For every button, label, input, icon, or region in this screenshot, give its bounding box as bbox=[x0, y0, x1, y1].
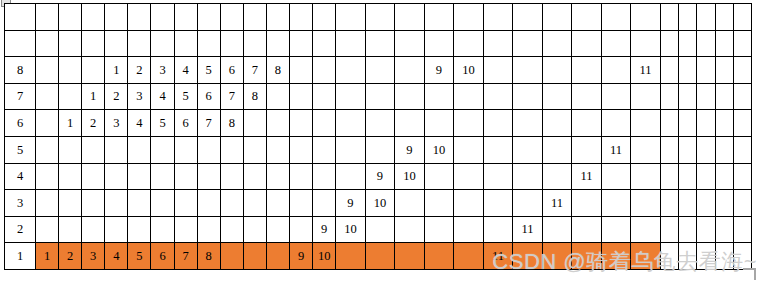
grid-cell bbox=[716, 57, 734, 84]
grid-cell: 1 bbox=[105, 57, 128, 84]
grid-cell bbox=[734, 84, 752, 111]
grid-cell bbox=[82, 137, 105, 164]
grid-cell bbox=[313, 4, 336, 31]
grid-cell bbox=[513, 243, 543, 270]
grid-cell bbox=[395, 217, 425, 244]
grid-cell bbox=[484, 4, 514, 31]
grid-cell bbox=[425, 84, 455, 111]
grid-cell bbox=[267, 217, 290, 244]
grid-cell bbox=[244, 243, 267, 270]
grid-cell bbox=[244, 217, 267, 244]
grid-cell bbox=[267, 31, 290, 58]
row-label bbox=[5, 4, 36, 31]
grid-cell bbox=[175, 190, 198, 217]
grid-cell bbox=[734, 243, 752, 270]
grid-cell bbox=[602, 31, 632, 58]
grid-cell bbox=[454, 4, 484, 31]
grid-cell bbox=[290, 164, 313, 191]
grid-cell: 2 bbox=[82, 110, 105, 137]
grid-cell bbox=[198, 31, 221, 58]
grid-cell: 10 bbox=[395, 164, 425, 191]
grid-cell bbox=[454, 110, 484, 137]
grid-cell bbox=[36, 137, 59, 164]
grid-cell: 7 bbox=[198, 110, 221, 137]
grid-cell bbox=[336, 137, 366, 164]
grid-cell bbox=[267, 4, 290, 31]
grid-cell: 4 bbox=[128, 110, 151, 137]
grid-cell bbox=[734, 31, 752, 58]
grid-cell bbox=[661, 84, 679, 111]
row-label: 3 bbox=[5, 190, 36, 217]
grid-cell bbox=[543, 84, 573, 111]
grid-cell bbox=[425, 110, 455, 137]
grid-cell: 3 bbox=[128, 84, 151, 111]
grid-cell: 11 bbox=[543, 190, 573, 217]
grid-cell bbox=[513, 31, 543, 58]
grid-cell bbox=[151, 217, 174, 244]
grid-cell bbox=[484, 190, 514, 217]
grid-cell bbox=[734, 110, 752, 137]
grid-cell bbox=[679, 137, 697, 164]
grid-cell: 9 bbox=[425, 57, 455, 84]
grid-cell bbox=[661, 137, 679, 164]
grid-cell bbox=[734, 164, 752, 191]
grid-cell bbox=[366, 4, 396, 31]
grid-cell bbox=[336, 57, 366, 84]
grid-cell bbox=[572, 243, 602, 270]
number-table: 8123456789101171234567861234567859101149… bbox=[4, 3, 752, 270]
grid-cell bbox=[128, 217, 151, 244]
grid-cell bbox=[602, 110, 632, 137]
grid-cell bbox=[105, 31, 128, 58]
table-resize-corner-icon bbox=[743, 268, 756, 280]
grid-cell: 9 bbox=[290, 243, 313, 270]
grid-cell bbox=[631, 164, 661, 191]
grid-cell bbox=[484, 137, 514, 164]
grid-cell: 10 bbox=[366, 190, 396, 217]
grid-cell bbox=[244, 110, 267, 137]
grid-cell: 11 bbox=[484, 243, 514, 270]
grid-cell bbox=[661, 4, 679, 31]
grid-cell bbox=[395, 84, 425, 111]
grid-cell: 6 bbox=[151, 243, 174, 270]
grid-cell bbox=[175, 4, 198, 31]
grid-cell: 11 bbox=[513, 217, 543, 244]
grid-cell bbox=[244, 31, 267, 58]
grid-cell bbox=[151, 31, 174, 58]
grid-cell bbox=[175, 137, 198, 164]
grid-cell bbox=[336, 110, 366, 137]
grid-cell bbox=[36, 190, 59, 217]
grid-cell: 11 bbox=[572, 164, 602, 191]
grid-cell bbox=[36, 110, 59, 137]
grid-cell bbox=[36, 217, 59, 244]
row-label: 5 bbox=[5, 137, 36, 164]
grid-cell bbox=[484, 164, 514, 191]
grid-cell bbox=[631, 137, 661, 164]
grid-cell: 5 bbox=[128, 243, 151, 270]
grid-cell bbox=[36, 4, 59, 31]
grid-cell bbox=[679, 31, 697, 58]
grid-cell bbox=[82, 190, 105, 217]
grid-cell: 9 bbox=[313, 217, 336, 244]
grid-cell bbox=[716, 31, 734, 58]
grid-cell bbox=[513, 84, 543, 111]
grid-cell bbox=[395, 243, 425, 270]
grid-cell bbox=[572, 84, 602, 111]
grid-cell: 4 bbox=[105, 243, 128, 270]
grid-cell bbox=[290, 110, 313, 137]
grid-cell bbox=[151, 4, 174, 31]
grid-cell bbox=[543, 217, 573, 244]
grid-cell bbox=[290, 217, 313, 244]
grid-cell bbox=[336, 4, 366, 31]
grid-cell bbox=[313, 57, 336, 84]
grid-cell bbox=[128, 164, 151, 191]
grid-cell bbox=[128, 190, 151, 217]
grid-cell bbox=[267, 110, 290, 137]
grid-cell bbox=[198, 190, 221, 217]
grid-cell bbox=[425, 4, 455, 31]
grid-cell bbox=[59, 137, 82, 164]
grid-cell bbox=[336, 243, 366, 270]
grid-cell bbox=[661, 110, 679, 137]
grid-cell bbox=[105, 164, 128, 191]
grid-cell bbox=[36, 84, 59, 111]
grid-cell: 4 bbox=[151, 84, 174, 111]
grid-cell bbox=[290, 137, 313, 164]
grid-cell bbox=[484, 57, 514, 84]
grid-cell bbox=[454, 164, 484, 191]
grid-cell bbox=[697, 57, 715, 84]
grid-cell: 5 bbox=[175, 84, 198, 111]
grid-cell bbox=[105, 190, 128, 217]
grid-cell: 5 bbox=[151, 110, 174, 137]
grid-cell: 10 bbox=[313, 243, 336, 270]
grid-cell bbox=[221, 190, 244, 217]
grid-cell bbox=[59, 164, 82, 191]
grid-cell bbox=[543, 243, 573, 270]
grid-cell bbox=[198, 217, 221, 244]
grid-cell bbox=[631, 4, 661, 31]
grid-cell bbox=[484, 31, 514, 58]
grid-cell bbox=[572, 57, 602, 84]
grid-cell bbox=[734, 190, 752, 217]
grid-cell bbox=[543, 137, 573, 164]
grid-cell bbox=[336, 164, 366, 191]
grid-cell bbox=[513, 4, 543, 31]
grid-cell: 9 bbox=[366, 164, 396, 191]
grid-cell bbox=[631, 110, 661, 137]
grid-cell bbox=[395, 190, 425, 217]
grid-cell bbox=[290, 84, 313, 111]
grid-cell: 11 bbox=[631, 57, 661, 84]
grid-cell: 3 bbox=[105, 110, 128, 137]
grid-cell bbox=[82, 57, 105, 84]
grid-cell bbox=[716, 190, 734, 217]
grid-cell bbox=[484, 217, 514, 244]
grid-cell bbox=[175, 164, 198, 191]
grid-cell bbox=[543, 164, 573, 191]
grid-cell: 9 bbox=[336, 190, 366, 217]
grid-cell bbox=[716, 217, 734, 244]
grid-cell bbox=[82, 164, 105, 191]
grid-cell bbox=[36, 31, 59, 58]
grid-cell bbox=[425, 31, 455, 58]
grid-cell bbox=[572, 190, 602, 217]
grid-cell bbox=[59, 84, 82, 111]
grid-cell bbox=[395, 4, 425, 31]
grid-cell bbox=[128, 31, 151, 58]
grid-cell bbox=[697, 137, 715, 164]
grid-cell bbox=[697, 4, 715, 31]
grid-cell bbox=[661, 217, 679, 244]
grid-cell bbox=[543, 57, 573, 84]
grid-cell: 8 bbox=[244, 84, 267, 111]
grid-cell bbox=[244, 137, 267, 164]
grid-cell: 8 bbox=[221, 110, 244, 137]
row-label bbox=[5, 31, 36, 58]
grid-cell bbox=[313, 84, 336, 111]
grid-cell bbox=[366, 31, 396, 58]
grid-cell bbox=[105, 4, 128, 31]
grid-cell bbox=[602, 164, 632, 191]
grid-cell bbox=[336, 84, 366, 111]
grid-cell: 1 bbox=[59, 110, 82, 137]
grid-cell bbox=[366, 217, 396, 244]
grid-cell bbox=[395, 110, 425, 137]
grid-cell bbox=[366, 243, 396, 270]
grid-cell bbox=[513, 57, 543, 84]
grid-cell: 8 bbox=[198, 243, 221, 270]
grid-cell bbox=[679, 4, 697, 31]
grid-cell bbox=[313, 164, 336, 191]
grid-cell bbox=[572, 217, 602, 244]
row-label: 4 bbox=[5, 164, 36, 191]
grid-cell bbox=[454, 84, 484, 111]
grid-cell bbox=[221, 4, 244, 31]
grid-cell bbox=[175, 31, 198, 58]
grid-cell bbox=[716, 243, 734, 270]
grid-cell: 6 bbox=[198, 84, 221, 111]
grid-cell bbox=[395, 57, 425, 84]
grid-cell bbox=[454, 217, 484, 244]
grid-cell bbox=[679, 190, 697, 217]
grid-cell bbox=[572, 4, 602, 31]
grid-cell bbox=[267, 243, 290, 270]
grid-cell bbox=[602, 84, 632, 111]
grid-cell bbox=[59, 57, 82, 84]
grid-cell bbox=[716, 137, 734, 164]
grid-cell bbox=[425, 217, 455, 244]
grid-cell bbox=[484, 110, 514, 137]
grid-cell: 10 bbox=[425, 137, 455, 164]
grid-cell bbox=[454, 243, 484, 270]
grid-cell bbox=[513, 110, 543, 137]
grid-cell bbox=[290, 4, 313, 31]
row-label: 6 bbox=[5, 110, 36, 137]
grid-cell bbox=[395, 31, 425, 58]
grid-cell bbox=[661, 57, 679, 84]
grid-cell bbox=[59, 31, 82, 58]
grid-cell bbox=[734, 137, 752, 164]
grid-cell bbox=[313, 190, 336, 217]
grid-cell bbox=[716, 110, 734, 137]
grid-cell bbox=[36, 164, 59, 191]
grid-cell bbox=[631, 243, 661, 270]
grid-cell bbox=[631, 217, 661, 244]
grid-cell bbox=[602, 217, 632, 244]
grid-cell: 10 bbox=[336, 217, 366, 244]
grid-cell bbox=[716, 164, 734, 191]
grid-cell: 5 bbox=[198, 57, 221, 84]
grid-cell bbox=[631, 84, 661, 111]
grid-cell bbox=[290, 190, 313, 217]
grid-cell bbox=[697, 31, 715, 58]
grid-cell bbox=[366, 137, 396, 164]
grid-cell bbox=[244, 164, 267, 191]
grid-cell: 6 bbox=[221, 57, 244, 84]
grid-cell bbox=[679, 84, 697, 111]
grid-cell bbox=[716, 84, 734, 111]
grid-cell: 3 bbox=[82, 243, 105, 270]
grid-cell bbox=[267, 137, 290, 164]
grid-cell bbox=[198, 4, 221, 31]
page: 8123456789101171234567861234567859101149… bbox=[0, 0, 760, 282]
grid-cell bbox=[602, 190, 632, 217]
grid-cell bbox=[454, 137, 484, 164]
grid-cell: 4 bbox=[175, 57, 198, 84]
grid-cell bbox=[661, 190, 679, 217]
grid-cell bbox=[679, 164, 697, 191]
grid-cell bbox=[697, 190, 715, 217]
grid-cell: 2 bbox=[105, 84, 128, 111]
grid-cell bbox=[151, 164, 174, 191]
grid-cell bbox=[679, 57, 697, 84]
grid-cell bbox=[425, 243, 455, 270]
grid-cell bbox=[631, 31, 661, 58]
grid-cell: 8 bbox=[267, 57, 290, 84]
grid-cell bbox=[175, 217, 198, 244]
grid-cell bbox=[425, 190, 455, 217]
row-label: 1 bbox=[5, 243, 36, 270]
grid-cell bbox=[290, 31, 313, 58]
grid-cell bbox=[198, 137, 221, 164]
grid-cell bbox=[366, 84, 396, 111]
grid-cell: 7 bbox=[175, 243, 198, 270]
grid-cell bbox=[82, 31, 105, 58]
grid-cell bbox=[313, 110, 336, 137]
grid-cell bbox=[543, 31, 573, 58]
grid-cell bbox=[513, 190, 543, 217]
grid-cell bbox=[36, 57, 59, 84]
grid-cell: 11 bbox=[602, 137, 632, 164]
grid-cell: 10 bbox=[454, 57, 484, 84]
grid-cell bbox=[59, 217, 82, 244]
grid-cell: 2 bbox=[59, 243, 82, 270]
grid-cell bbox=[313, 31, 336, 58]
grid-cell bbox=[543, 110, 573, 137]
grid-cell bbox=[697, 84, 715, 111]
grid-cell bbox=[221, 164, 244, 191]
grid-cell bbox=[716, 4, 734, 31]
grid-cell bbox=[697, 243, 715, 270]
grid-cell bbox=[513, 164, 543, 191]
grid-cell bbox=[198, 164, 221, 191]
grid-cell bbox=[734, 4, 752, 31]
grid-cell bbox=[572, 137, 602, 164]
row-label: 8 bbox=[5, 57, 36, 84]
grid-cell bbox=[151, 137, 174, 164]
grid-cell bbox=[602, 243, 632, 270]
grid-cell bbox=[661, 164, 679, 191]
grid-cell bbox=[105, 137, 128, 164]
row-label: 7 bbox=[5, 84, 36, 111]
grid-cell bbox=[679, 243, 697, 270]
grid-cell bbox=[734, 57, 752, 84]
grid-cell bbox=[697, 217, 715, 244]
grid-cell bbox=[572, 110, 602, 137]
grid-cell bbox=[221, 243, 244, 270]
grid-cell bbox=[82, 4, 105, 31]
grid-cell bbox=[572, 31, 602, 58]
grid-cell bbox=[631, 190, 661, 217]
grid-cell: 1 bbox=[36, 243, 59, 270]
grid-cell bbox=[221, 31, 244, 58]
grid-cell bbox=[454, 31, 484, 58]
grid-cell: 1 bbox=[82, 84, 105, 111]
grid-cell bbox=[697, 164, 715, 191]
grid-cell bbox=[313, 137, 336, 164]
grid-cell bbox=[679, 217, 697, 244]
grid-cell bbox=[244, 190, 267, 217]
grid-cell bbox=[366, 110, 396, 137]
grid-cell bbox=[82, 217, 105, 244]
grid-cell bbox=[454, 190, 484, 217]
grid-cell bbox=[336, 31, 366, 58]
grid-cell bbox=[425, 164, 455, 191]
grid-cell bbox=[513, 137, 543, 164]
grid-cell bbox=[697, 110, 715, 137]
grid-cell bbox=[661, 31, 679, 58]
grid-cell bbox=[602, 4, 632, 31]
grid-cell bbox=[543, 4, 573, 31]
grid-cell bbox=[267, 190, 290, 217]
grid-cell: 7 bbox=[244, 57, 267, 84]
grid-cell bbox=[128, 137, 151, 164]
grid-cell bbox=[366, 57, 396, 84]
grid-cell: 7 bbox=[221, 84, 244, 111]
grid-cell bbox=[267, 84, 290, 111]
grid-cell bbox=[661, 243, 679, 270]
grid-cell bbox=[128, 4, 151, 31]
grid-cell bbox=[484, 84, 514, 111]
grid-cell bbox=[267, 164, 290, 191]
grid-cell bbox=[290, 57, 313, 84]
grid-cell bbox=[221, 137, 244, 164]
grid-cell: 6 bbox=[175, 110, 198, 137]
grid-cell bbox=[105, 217, 128, 244]
grid-cell bbox=[679, 110, 697, 137]
grid-cell bbox=[244, 4, 267, 31]
grid-cell bbox=[59, 4, 82, 31]
row-label: 2 bbox=[5, 217, 36, 244]
grid-cell bbox=[602, 57, 632, 84]
grid-cell bbox=[221, 217, 244, 244]
grid-cell bbox=[151, 190, 174, 217]
grid-cell bbox=[734, 217, 752, 244]
grid-cell: 2 bbox=[128, 57, 151, 84]
